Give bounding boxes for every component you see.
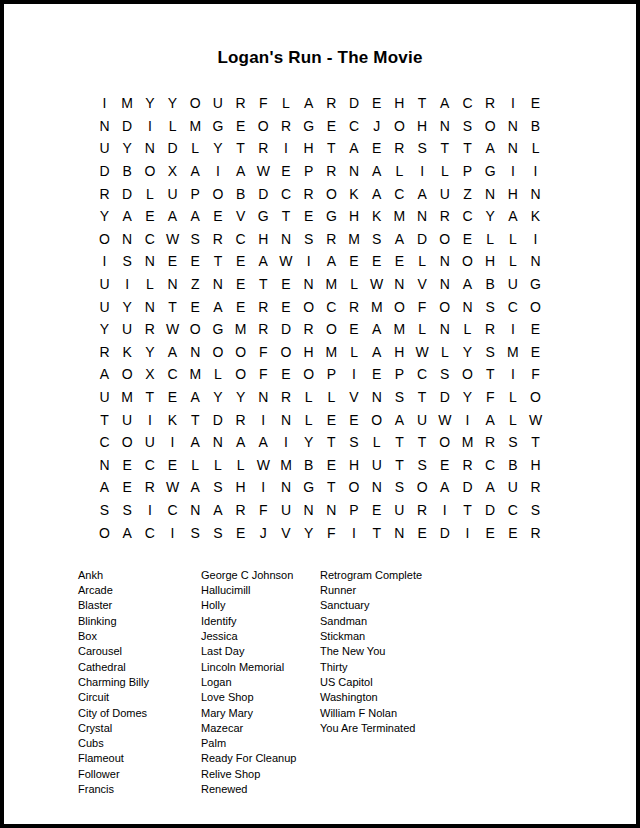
grid-cell[interactable]: Y <box>93 318 116 341</box>
grid-cell[interactable]: S <box>297 228 320 251</box>
grid-cell[interactable]: V <box>411 273 434 296</box>
grid-cell[interactable]: E <box>139 205 162 228</box>
grid-cell[interactable]: I <box>252 476 275 499</box>
grid-cell[interactable]: W <box>161 476 184 499</box>
grid-cell[interactable]: S <box>502 431 525 454</box>
grid-cell[interactable]: S <box>343 431 366 454</box>
grid-cell[interactable]: R <box>320 228 343 251</box>
grid-cell[interactable]: U <box>93 137 116 160</box>
grid-cell[interactable]: N <box>93 454 116 477</box>
grid-cell[interactable]: E <box>524 341 547 364</box>
grid-cell[interactable]: M <box>275 454 298 477</box>
grid-cell[interactable]: O <box>184 318 207 341</box>
grid-cell[interactable]: O <box>275 341 298 364</box>
grid-cell[interactable]: L <box>365 431 388 454</box>
grid-cell[interactable]: Y <box>297 521 320 544</box>
grid-cell[interactable]: I <box>93 92 116 115</box>
grid-cell[interactable]: A <box>229 431 252 454</box>
grid-cell[interactable]: S <box>184 521 207 544</box>
grid-cell[interactable]: I <box>93 250 116 273</box>
grid-cell[interactable]: P <box>184 182 207 205</box>
grid-cell[interactable]: I <box>456 408 479 431</box>
grid-cell[interactable]: Y <box>479 205 502 228</box>
grid-cell[interactable]: T <box>320 476 343 499</box>
grid-cell[interactable]: R <box>388 137 411 160</box>
grid-cell[interactable]: E <box>161 454 184 477</box>
grid-cell[interactable]: F <box>252 92 275 115</box>
grid-cell[interactable]: Y <box>297 431 320 454</box>
grid-cell[interactable]: N <box>275 408 298 431</box>
grid-cell[interactable]: O <box>252 115 275 138</box>
grid-cell[interactable]: E <box>184 295 207 318</box>
grid-cell[interactable]: N <box>207 273 230 296</box>
grid-cell[interactable]: T <box>479 363 502 386</box>
grid-cell[interactable]: E <box>320 115 343 138</box>
grid-cell[interactable]: T <box>93 408 116 431</box>
grid-cell[interactable]: L <box>297 408 320 431</box>
grid-cell[interactable]: T <box>320 137 343 160</box>
grid-cell[interactable]: S <box>411 454 434 477</box>
grid-cell[interactable]: I <box>343 363 366 386</box>
grid-cell[interactable]: S <box>479 341 502 364</box>
grid-cell[interactable]: M <box>184 363 207 386</box>
grid-cell[interactable]: T <box>139 386 162 409</box>
grid-cell[interactable]: I <box>524 160 547 183</box>
grid-cell[interactable]: H <box>479 250 502 273</box>
grid-cell[interactable]: H <box>229 476 252 499</box>
grid-cell[interactable]: R <box>456 454 479 477</box>
grid-cell[interactable]: S <box>524 499 547 522</box>
grid-cell[interactable]: S <box>116 250 139 273</box>
grid-cell[interactable]: X <box>139 363 162 386</box>
grid-cell[interactable]: S <box>411 137 434 160</box>
grid-cell[interactable]: O <box>184 92 207 115</box>
grid-cell[interactable]: A <box>320 250 343 273</box>
grid-cell[interactable]: B <box>297 454 320 477</box>
grid-cell[interactable]: I <box>502 363 525 386</box>
grid-cell[interactable]: S <box>93 499 116 522</box>
grid-cell[interactable]: N <box>297 273 320 296</box>
grid-cell[interactable]: D <box>411 228 434 251</box>
grid-cell[interactable]: R <box>252 295 275 318</box>
grid-cell[interactable]: O <box>229 341 252 364</box>
grid-cell[interactable]: R <box>479 318 502 341</box>
grid-cell[interactable]: H <box>343 205 366 228</box>
grid-cell[interactable]: P <box>456 160 479 183</box>
grid-cell[interactable]: I <box>411 160 434 183</box>
grid-cell[interactable]: A <box>388 408 411 431</box>
grid-cell[interactable]: H <box>252 228 275 251</box>
grid-cell[interactable]: Z <box>456 182 479 205</box>
grid-cell[interactable]: R <box>275 386 298 409</box>
grid-cell[interactable]: R <box>320 160 343 183</box>
grid-cell[interactable]: A <box>207 295 230 318</box>
grid-cell[interactable]: H <box>388 341 411 364</box>
grid-cell[interactable]: S <box>365 228 388 251</box>
grid-cell[interactable]: U <box>93 273 116 296</box>
grid-cell[interactable]: R <box>320 92 343 115</box>
grid-cell[interactable]: F <box>524 363 547 386</box>
grid-cell[interactable]: S <box>116 499 139 522</box>
grid-cell[interactable]: V <box>229 205 252 228</box>
grid-cell[interactable]: C <box>161 499 184 522</box>
grid-cell[interactable]: E <box>433 454 456 477</box>
grid-cell[interactable]: O <box>433 295 456 318</box>
grid-cell[interactable]: N <box>252 386 275 409</box>
grid-cell[interactable]: W <box>161 228 184 251</box>
grid-cell[interactable]: E <box>184 250 207 273</box>
grid-cell[interactable]: E <box>388 250 411 273</box>
grid-cell[interactable]: S <box>433 363 456 386</box>
grid-cell[interactable]: T <box>456 499 479 522</box>
grid-cell[interactable]: C <box>411 363 434 386</box>
grid-cell[interactable]: I <box>502 92 525 115</box>
grid-cell[interactable]: R <box>297 182 320 205</box>
grid-cell[interactable]: N <box>433 273 456 296</box>
grid-cell[interactable]: I <box>524 228 547 251</box>
grid-cell[interactable]: D <box>252 182 275 205</box>
grid-cell[interactable]: R <box>297 318 320 341</box>
grid-cell[interactable]: Y <box>207 386 230 409</box>
grid-cell[interactable]: D <box>116 115 139 138</box>
grid-cell[interactable]: O <box>93 521 116 544</box>
grid-cell[interactable]: C <box>161 363 184 386</box>
grid-cell[interactable]: R <box>433 205 456 228</box>
grid-cell[interactable]: R <box>93 341 116 364</box>
grid-cell[interactable]: U <box>116 318 139 341</box>
grid-cell[interactable]: N <box>456 295 479 318</box>
grid-cell[interactable]: I <box>502 318 525 341</box>
grid-cell[interactable]: U <box>93 386 116 409</box>
grid-cell[interactable]: E <box>365 363 388 386</box>
grid-cell[interactable]: I <box>502 160 525 183</box>
grid-cell[interactable]: G <box>297 476 320 499</box>
grid-cell[interactable]: N <box>365 476 388 499</box>
grid-cell[interactable]: R <box>229 408 252 431</box>
grid-cell[interactable]: U <box>116 408 139 431</box>
grid-cell[interactable]: A <box>229 160 252 183</box>
grid-cell[interactable]: D <box>161 137 184 160</box>
grid-cell[interactable]: E <box>343 318 366 341</box>
grid-cell[interactable]: A <box>184 205 207 228</box>
grid-cell[interactable]: A <box>252 431 275 454</box>
grid-cell[interactable]: R <box>229 92 252 115</box>
grid-cell[interactable]: W <box>411 341 434 364</box>
grid-cell[interactable]: T <box>388 454 411 477</box>
grid-cell[interactable]: N <box>93 115 116 138</box>
grid-cell[interactable]: A <box>116 521 139 544</box>
grid-cell[interactable]: E <box>229 250 252 273</box>
grid-cell[interactable]: L <box>184 454 207 477</box>
grid-cell[interactable]: U <box>161 182 184 205</box>
grid-cell[interactable]: Y <box>161 92 184 115</box>
grid-cell[interactable]: L <box>524 137 547 160</box>
grid-cell[interactable]: Y <box>207 137 230 160</box>
grid-cell[interactable]: W <box>275 250 298 273</box>
grid-cell[interactable]: G <box>207 318 230 341</box>
grid-cell[interactable]: E <box>343 408 366 431</box>
grid-cell[interactable]: M <box>343 228 366 251</box>
grid-cell[interactable]: A <box>116 205 139 228</box>
grid-cell[interactable]: D <box>433 521 456 544</box>
grid-cell[interactable]: K <box>116 341 139 364</box>
grid-cell[interactable]: E <box>229 273 252 296</box>
grid-cell[interactable]: U <box>275 499 298 522</box>
grid-cell[interactable]: E <box>479 521 502 544</box>
grid-cell[interactable]: A <box>433 92 456 115</box>
grid-cell[interactable]: N <box>524 182 547 205</box>
grid-cell[interactable]: F <box>252 341 275 364</box>
grid-cell[interactable]: E <box>343 250 366 273</box>
grid-cell[interactable]: L <box>207 454 230 477</box>
grid-cell[interactable]: Y <box>139 92 162 115</box>
grid-cell[interactable]: G <box>479 160 502 183</box>
grid-cell[interactable]: P <box>320 363 343 386</box>
grid-cell[interactable]: E <box>502 521 525 544</box>
grid-cell[interactable]: E <box>524 318 547 341</box>
grid-cell[interactable]: E <box>229 115 252 138</box>
grid-cell[interactable]: A <box>252 250 275 273</box>
grid-cell[interactable]: D <box>479 499 502 522</box>
grid-cell[interactable]: T <box>411 431 434 454</box>
grid-cell[interactable]: C <box>93 431 116 454</box>
grid-cell[interactable]: N <box>275 228 298 251</box>
grid-cell[interactable]: O <box>388 295 411 318</box>
grid-cell[interactable]: W <box>365 273 388 296</box>
grid-cell[interactable]: J <box>365 115 388 138</box>
grid-cell[interactable]: L <box>139 273 162 296</box>
grid-cell[interactable]: W <box>252 160 275 183</box>
grid-cell[interactable]: B <box>524 115 547 138</box>
grid-cell[interactable]: C <box>343 115 366 138</box>
grid-cell[interactable]: R <box>93 182 116 205</box>
grid-cell[interactable]: L <box>433 341 456 364</box>
grid-cell[interactable]: R <box>229 499 252 522</box>
grid-cell[interactable]: O <box>433 228 456 251</box>
grid-cell[interactable]: G <box>524 273 547 296</box>
grid-cell[interactable]: C <box>139 521 162 544</box>
grid-cell[interactable]: R <box>252 137 275 160</box>
grid-cell[interactable]: U <box>502 476 525 499</box>
grid-cell[interactable]: L <box>502 386 525 409</box>
grid-cell[interactable]: N <box>433 250 456 273</box>
grid-cell[interactable]: C <box>320 295 343 318</box>
grid-cell[interactable]: G <box>297 115 320 138</box>
grid-cell[interactable]: W <box>161 318 184 341</box>
grid-cell[interactable]: H <box>524 454 547 477</box>
grid-cell[interactable]: M <box>456 431 479 454</box>
grid-cell[interactable]: I <box>433 499 456 522</box>
grid-cell[interactable]: Z <box>184 273 207 296</box>
grid-cell[interactable]: B <box>116 160 139 183</box>
grid-cell[interactable]: R <box>411 499 434 522</box>
grid-cell[interactable]: U <box>207 92 230 115</box>
grid-cell[interactable]: A <box>365 318 388 341</box>
grid-cell[interactable]: L <box>275 92 298 115</box>
grid-cell[interactable]: A <box>343 137 366 160</box>
grid-cell[interactable]: L <box>139 182 162 205</box>
grid-cell[interactable]: E <box>365 137 388 160</box>
grid-cell[interactable]: B <box>479 273 502 296</box>
grid-cell[interactable]: N <box>320 499 343 522</box>
grid-cell[interactable]: U <box>433 182 456 205</box>
grid-cell[interactable]: A <box>365 341 388 364</box>
grid-cell[interactable]: G <box>320 205 343 228</box>
grid-cell[interactable]: O <box>388 115 411 138</box>
grid-cell[interactable]: N <box>365 386 388 409</box>
grid-cell[interactable]: E <box>275 363 298 386</box>
grid-cell[interactable]: U <box>365 454 388 477</box>
grid-cell[interactable]: E <box>365 499 388 522</box>
grid-cell[interactable]: M <box>320 341 343 364</box>
grid-cell[interactable]: I <box>116 273 139 296</box>
grid-cell[interactable]: N <box>524 250 547 273</box>
grid-cell[interactable]: T <box>207 250 230 273</box>
grid-cell[interactable]: N <box>388 273 411 296</box>
grid-cell[interactable]: N <box>161 273 184 296</box>
grid-cell[interactable]: O <box>116 363 139 386</box>
grid-cell[interactable]: C <box>229 228 252 251</box>
grid-cell[interactable]: T <box>184 408 207 431</box>
grid-cell[interactable]: N <box>433 115 456 138</box>
grid-cell[interactable]: E <box>456 228 479 251</box>
grid-cell[interactable]: R <box>343 295 366 318</box>
grid-cell[interactable]: L <box>479 228 502 251</box>
grid-cell[interactable]: N <box>297 499 320 522</box>
grid-cell[interactable]: O <box>456 250 479 273</box>
grid-cell[interactable]: C <box>456 205 479 228</box>
grid-cell[interactable]: S <box>388 386 411 409</box>
grid-cell[interactable]: S <box>207 521 230 544</box>
grid-cell[interactable]: C <box>139 228 162 251</box>
grid-cell[interactable]: L <box>502 228 525 251</box>
grid-cell[interactable]: O <box>456 363 479 386</box>
grid-cell[interactable]: I <box>139 115 162 138</box>
grid-cell[interactable]: I <box>297 250 320 273</box>
grid-cell[interactable]: R <box>207 228 230 251</box>
grid-cell[interactable]: X <box>161 160 184 183</box>
grid-cell[interactable]: L <box>184 137 207 160</box>
grid-cell[interactable]: C <box>479 454 502 477</box>
grid-cell[interactable]: A <box>479 137 502 160</box>
grid-cell[interactable]: N <box>207 431 230 454</box>
grid-cell[interactable]: T <box>433 137 456 160</box>
grid-cell[interactable]: A <box>433 476 456 499</box>
grid-cell[interactable]: T <box>229 137 252 160</box>
grid-cell[interactable]: I <box>207 160 230 183</box>
grid-cell[interactable]: R <box>524 521 547 544</box>
grid-cell[interactable]: I <box>343 521 366 544</box>
grid-cell[interactable]: C <box>502 499 525 522</box>
grid-cell[interactable]: A <box>93 363 116 386</box>
grid-cell[interactable]: N <box>479 182 502 205</box>
grid-cell[interactable]: I <box>275 431 298 454</box>
grid-cell[interactable]: F <box>252 499 275 522</box>
grid-cell[interactable]: K <box>524 205 547 228</box>
grid-cell[interactable]: N <box>116 228 139 251</box>
grid-cell[interactable]: K <box>343 182 366 205</box>
grid-cell[interactable]: B <box>229 182 252 205</box>
grid-cell[interactable]: P <box>297 160 320 183</box>
grid-cell[interactable]: W <box>524 408 547 431</box>
grid-cell[interactable]: H <box>343 454 366 477</box>
grid-cell[interactable]: D <box>207 408 230 431</box>
grid-cell[interactable]: V <box>343 386 366 409</box>
grid-cell[interactable]: E <box>275 273 298 296</box>
grid-cell[interactable]: I <box>275 137 298 160</box>
grid-cell[interactable]: F <box>479 386 502 409</box>
grid-cell[interactable]: N <box>139 250 162 273</box>
grid-cell[interactable]: E <box>275 295 298 318</box>
grid-cell[interactable]: H <box>297 137 320 160</box>
grid-cell[interactable]: C <box>456 92 479 115</box>
grid-cell[interactable]: E <box>161 250 184 273</box>
grid-cell[interactable]: A <box>365 160 388 183</box>
grid-cell[interactable]: I <box>139 408 162 431</box>
grid-cell[interactable]: P <box>388 363 411 386</box>
grid-cell[interactable]: O <box>365 408 388 431</box>
grid-cell[interactable]: Y <box>116 295 139 318</box>
grid-cell[interactable]: C <box>502 295 525 318</box>
grid-cell[interactable]: O <box>524 386 547 409</box>
grid-cell[interactable]: A <box>479 408 502 431</box>
grid-cell[interactable]: W <box>433 408 456 431</box>
grid-cell[interactable]: M <box>388 318 411 341</box>
grid-cell[interactable]: H <box>388 92 411 115</box>
grid-cell[interactable]: T <box>411 386 434 409</box>
grid-cell[interactable]: H <box>502 182 525 205</box>
grid-cell[interactable]: Y <box>139 341 162 364</box>
grid-cell[interactable]: R <box>479 92 502 115</box>
grid-cell[interactable]: A <box>502 205 525 228</box>
grid-cell[interactable]: L <box>502 250 525 273</box>
grid-cell[interactable]: M <box>388 205 411 228</box>
grid-cell[interactable]: A <box>161 341 184 364</box>
grid-cell[interactable]: N <box>343 160 366 183</box>
grid-cell[interactable]: T <box>320 431 343 454</box>
grid-cell[interactable]: L <box>229 454 252 477</box>
grid-cell[interactable]: E <box>365 250 388 273</box>
grid-cell[interactable]: L <box>320 386 343 409</box>
grid-cell[interactable]: F <box>320 521 343 544</box>
grid-cell[interactable]: O <box>479 115 502 138</box>
grid-cell[interactable]: Y <box>456 341 479 364</box>
grid-cell[interactable]: N <box>184 499 207 522</box>
grid-cell[interactable]: T <box>388 431 411 454</box>
grid-cell[interactable]: A <box>93 476 116 499</box>
grid-cell[interactable]: I <box>456 521 479 544</box>
grid-cell[interactable]: A <box>411 182 434 205</box>
grid-cell[interactable]: L <box>502 408 525 431</box>
grid-cell[interactable]: L <box>297 386 320 409</box>
grid-cell[interactable]: D <box>93 160 116 183</box>
grid-cell[interactable]: E <box>229 295 252 318</box>
grid-cell[interactable]: T <box>161 295 184 318</box>
grid-cell[interactable]: R <box>139 318 162 341</box>
grid-cell[interactable]: O <box>320 318 343 341</box>
grid-cell[interactable]: O <box>433 431 456 454</box>
grid-cell[interactable]: L <box>343 341 366 364</box>
grid-cell[interactable]: O <box>93 228 116 251</box>
grid-cell[interactable]: S <box>456 115 479 138</box>
grid-cell[interactable]: R <box>252 318 275 341</box>
grid-cell[interactable]: P <box>343 499 366 522</box>
grid-cell[interactable]: T <box>365 521 388 544</box>
grid-cell[interactable]: M <box>116 386 139 409</box>
grid-cell[interactable]: T <box>411 92 434 115</box>
grid-cell[interactable]: L <box>161 115 184 138</box>
grid-cell[interactable]: H <box>411 115 434 138</box>
